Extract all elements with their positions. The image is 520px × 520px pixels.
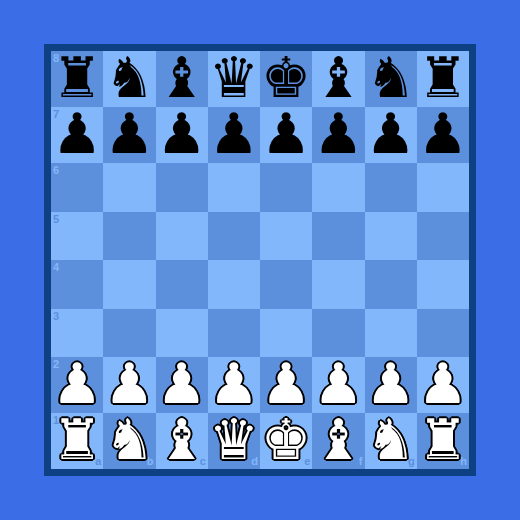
- piece-black-pawn[interactable]: ♟: [261, 106, 311, 162]
- square-b8[interactable]: ♞: [103, 51, 155, 107]
- piece-white-pawn[interactable]: ♟: [104, 356, 154, 412]
- piece-white-pawn[interactable]: ♟: [418, 356, 468, 412]
- square-c7[interactable]: ♟: [156, 107, 208, 163]
- square-h5[interactable]: [417, 212, 469, 261]
- square-b3[interactable]: [103, 309, 155, 358]
- piece-black-pawn[interactable]: ♟: [209, 106, 259, 162]
- piece-black-pawn[interactable]: ♟: [104, 106, 154, 162]
- square-e4[interactable]: [260, 260, 312, 309]
- square-h7[interactable]: ♟: [417, 107, 469, 163]
- chess-board: 8♜♞♝♛♚♝♞♜7♟♟♟♟♟♟♟♟65432♟♟♟♟♟♟♟♟1a♜b♞c♝d♛…: [51, 51, 469, 469]
- piece-black-rook[interactable]: ♜: [418, 50, 468, 106]
- square-g3[interactable]: [365, 309, 417, 358]
- square-h1[interactable]: h♜: [417, 413, 469, 469]
- square-d1[interactable]: d♛: [208, 413, 260, 469]
- piece-black-knight[interactable]: ♞: [366, 50, 416, 106]
- square-d7[interactable]: ♟: [208, 107, 260, 163]
- square-a7[interactable]: 7♟: [51, 107, 103, 163]
- square-c1[interactable]: c♝: [156, 413, 208, 469]
- piece-black-king[interactable]: ♚: [261, 50, 311, 106]
- piece-white-knight[interactable]: ♞: [104, 412, 154, 468]
- square-g5[interactable]: [365, 212, 417, 261]
- square-c2[interactable]: ♟: [156, 357, 208, 413]
- square-h4[interactable]: [417, 260, 469, 309]
- square-b5[interactable]: [103, 212, 155, 261]
- square-b2[interactable]: ♟: [103, 357, 155, 413]
- square-f2[interactable]: ♟: [312, 357, 364, 413]
- square-d5[interactable]: [208, 212, 260, 261]
- square-b1[interactable]: b♞: [103, 413, 155, 469]
- square-c8[interactable]: ♝: [156, 51, 208, 107]
- piece-white-bishop[interactable]: ♝: [157, 412, 207, 468]
- square-f4[interactable]: [312, 260, 364, 309]
- piece-white-rook[interactable]: ♜: [52, 412, 102, 468]
- square-a6[interactable]: 6: [51, 163, 103, 212]
- piece-black-bishop[interactable]: ♝: [157, 50, 207, 106]
- square-h2[interactable]: ♟: [417, 357, 469, 413]
- page-background: 8♜♞♝♛♚♝♞♜7♟♟♟♟♟♟♟♟65432♟♟♟♟♟♟♟♟1a♜b♞c♝d♛…: [0, 0, 520, 520]
- square-f5[interactable]: [312, 212, 364, 261]
- square-e3[interactable]: [260, 309, 312, 358]
- rank-label-5: 5: [53, 214, 59, 225]
- square-g4[interactable]: [365, 260, 417, 309]
- square-e8[interactable]: ♚: [260, 51, 312, 107]
- chess-board-frame: 8♜♞♝♛♚♝♞♜7♟♟♟♟♟♟♟♟65432♟♟♟♟♟♟♟♟1a♜b♞c♝d♛…: [44, 44, 476, 476]
- square-g2[interactable]: ♟: [365, 357, 417, 413]
- piece-white-rook[interactable]: ♜: [418, 412, 468, 468]
- square-g6[interactable]: [365, 163, 417, 212]
- rank-label-6: 6: [53, 165, 59, 176]
- square-a5[interactable]: 5: [51, 212, 103, 261]
- square-c4[interactable]: [156, 260, 208, 309]
- square-a1[interactable]: 1a♜: [51, 413, 103, 469]
- piece-white-pawn[interactable]: ♟: [52, 356, 102, 412]
- piece-white-pawn[interactable]: ♟: [366, 356, 416, 412]
- piece-black-pawn[interactable]: ♟: [418, 106, 468, 162]
- piece-black-queen[interactable]: ♛: [209, 50, 259, 106]
- square-e7[interactable]: ♟: [260, 107, 312, 163]
- piece-black-rook[interactable]: ♜: [52, 50, 102, 106]
- square-h3[interactable]: [417, 309, 469, 358]
- square-d2[interactable]: ♟: [208, 357, 260, 413]
- square-b4[interactable]: [103, 260, 155, 309]
- square-a2[interactable]: 2♟: [51, 357, 103, 413]
- square-f1[interactable]: f♝: [312, 413, 364, 469]
- square-g8[interactable]: ♞: [365, 51, 417, 107]
- piece-white-queen[interactable]: ♛: [209, 412, 259, 468]
- piece-white-pawn[interactable]: ♟: [157, 356, 207, 412]
- square-f7[interactable]: ♟: [312, 107, 364, 163]
- square-h6[interactable]: [417, 163, 469, 212]
- square-d3[interactable]: [208, 309, 260, 358]
- square-c3[interactable]: [156, 309, 208, 358]
- square-e6[interactable]: [260, 163, 312, 212]
- square-e1[interactable]: e♚: [260, 413, 312, 469]
- square-f6[interactable]: [312, 163, 364, 212]
- rank-label-3: 3: [53, 311, 59, 322]
- piece-black-pawn[interactable]: ♟: [52, 106, 102, 162]
- piece-white-pawn[interactable]: ♟: [209, 356, 259, 412]
- piece-white-king[interactable]: ♚: [261, 412, 311, 468]
- piece-black-pawn[interactable]: ♟: [366, 106, 416, 162]
- piece-white-bishop[interactable]: ♝: [313, 412, 363, 468]
- piece-white-pawn[interactable]: ♟: [261, 356, 311, 412]
- square-a4[interactable]: 4: [51, 260, 103, 309]
- piece-white-knight[interactable]: ♞: [366, 412, 416, 468]
- square-h8[interactable]: ♜: [417, 51, 469, 107]
- square-f8[interactable]: ♝: [312, 51, 364, 107]
- square-f3[interactable]: [312, 309, 364, 358]
- rank-label-4: 4: [53, 262, 59, 273]
- piece-white-pawn[interactable]: ♟: [313, 356, 363, 412]
- square-b7[interactable]: ♟: [103, 107, 155, 163]
- piece-black-pawn[interactable]: ♟: [313, 106, 363, 162]
- square-d4[interactable]: [208, 260, 260, 309]
- square-d8[interactable]: ♛: [208, 51, 260, 107]
- square-c5[interactable]: [156, 212, 208, 261]
- piece-black-bishop[interactable]: ♝: [313, 50, 363, 106]
- square-g7[interactable]: ♟: [365, 107, 417, 163]
- piece-black-pawn[interactable]: ♟: [157, 106, 207, 162]
- square-a8[interactable]: 8♜: [51, 51, 103, 107]
- square-c6[interactable]: [156, 163, 208, 212]
- square-e5[interactable]: [260, 212, 312, 261]
- square-a3[interactable]: 3: [51, 309, 103, 358]
- square-d6[interactable]: [208, 163, 260, 212]
- square-e2[interactable]: ♟: [260, 357, 312, 413]
- square-g1[interactable]: g♞: [365, 413, 417, 469]
- piece-black-knight[interactable]: ♞: [104, 50, 154, 106]
- square-b6[interactable]: [103, 163, 155, 212]
